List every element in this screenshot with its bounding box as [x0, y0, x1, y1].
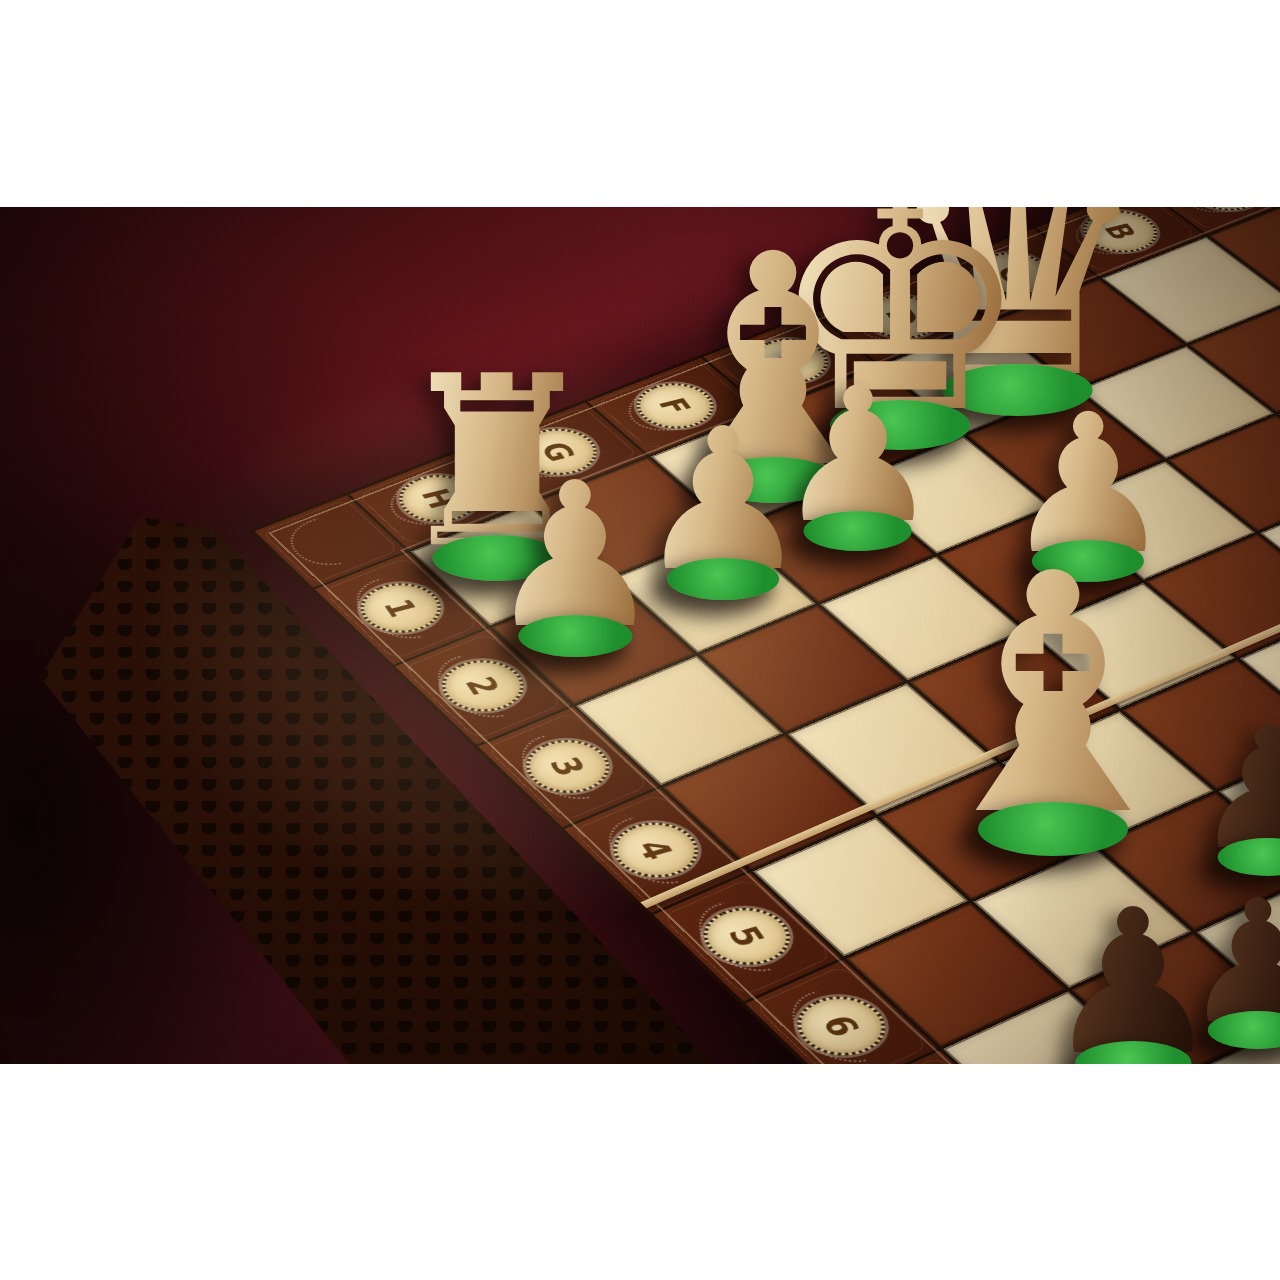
felt-base-h2 — [518, 615, 632, 657]
screenshot: HGFEDCBA12345678 ♛♚♝♟♜♟♟♟♝♟♟♟ — [0, 0, 1280, 1280]
black-pawn-f6[interactable]: ♟ — [1193, 721, 1280, 859]
white-pawn-h2[interactable]: ♟ — [485, 474, 664, 638]
pawn-icon: ♟ — [485, 474, 664, 638]
felt-base-g5 — [978, 802, 1128, 856]
felt-base-f2 — [804, 511, 912, 551]
pieces-layer: ♛♚♝♟♜♟♟♟♝♟♟♟ — [0, 207, 1280, 1064]
felt-base-g2 — [667, 558, 779, 600]
black-pawn-h7[interactable]: ♟ — [1043, 901, 1222, 1064]
coordinate-medallion-6: 6 — [780, 985, 903, 1064]
bishop-icon: ♝ — [905, 561, 1201, 832]
coordinate-medallion-5: 5 — [687, 897, 807, 976]
photo-area: HGFEDCBA12345678 ♛♚♝♟♜♟♟♟♝♟♟♟ — [0, 207, 1280, 1064]
coordinate-medallion-3: 3 — [510, 730, 625, 803]
pawn-icon: ♟ — [1043, 901, 1222, 1064]
white-bishop-g5[interactable]: ♝ — [905, 561, 1201, 832]
